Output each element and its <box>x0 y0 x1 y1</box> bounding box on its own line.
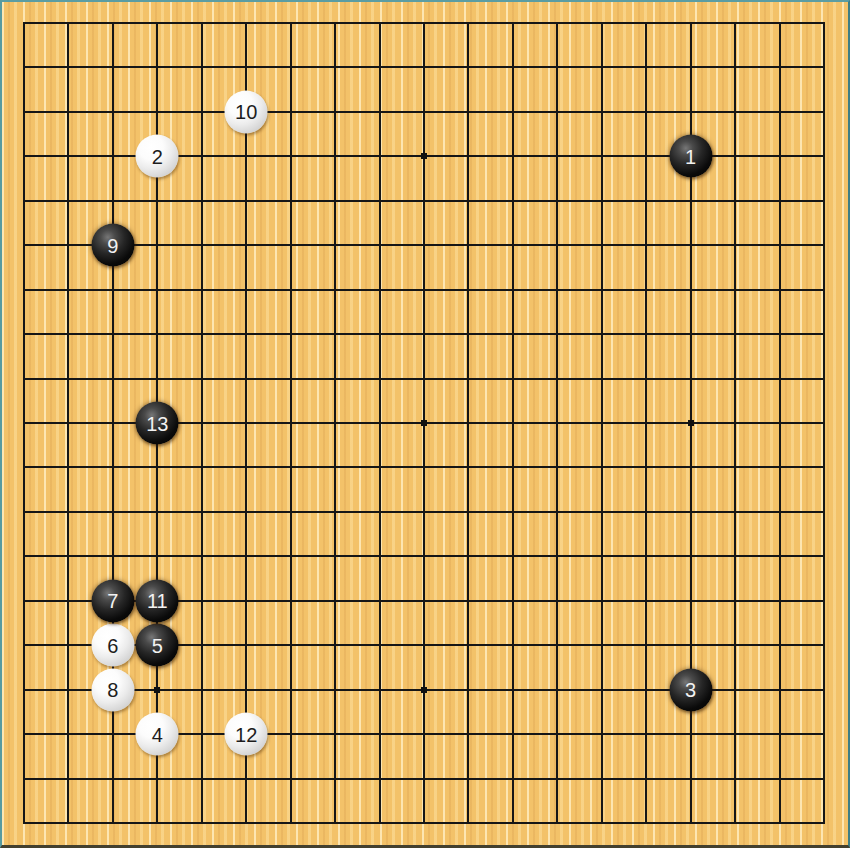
go-board-grid[interactable]: 12345678910111213 <box>23 22 825 824</box>
grid-cell <box>23 111 67 155</box>
grid-cell <box>379 333 423 377</box>
grid-cell <box>690 422 734 466</box>
grid-cell <box>690 600 734 644</box>
grid-cell <box>67 778 111 822</box>
grid-cell <box>334 200 378 244</box>
grid-cell <box>23 600 67 644</box>
grid-cell <box>690 511 734 555</box>
move-number: 1 <box>685 146 696 166</box>
grid-cell <box>645 422 689 466</box>
grid-cell <box>245 333 289 377</box>
grid-cell <box>734 333 778 377</box>
grid-cell <box>467 155 511 199</box>
grid-cell <box>512 22 556 66</box>
grid-cell <box>201 289 245 333</box>
grid-cell <box>512 689 556 733</box>
grid-cell <box>601 422 645 466</box>
stone-black-move-13: 13 <box>136 402 179 445</box>
grid-cell <box>601 466 645 510</box>
grid-cell <box>645 600 689 644</box>
grid-cell <box>334 689 378 733</box>
grid-cell <box>67 378 111 422</box>
star-point <box>154 687 160 693</box>
grid-cell <box>601 155 645 199</box>
grid-cell <box>423 422 467 466</box>
grid-cell <box>334 22 378 66</box>
move-number: 10 <box>235 102 257 122</box>
grid-cell <box>290 644 334 688</box>
grid-cell <box>690 333 734 377</box>
grid-cell <box>779 111 823 155</box>
move-number: 6 <box>107 635 118 655</box>
grid-cell <box>245 155 289 199</box>
grid-cell <box>245 422 289 466</box>
grid-cell <box>556 333 600 377</box>
grid-cell <box>734 66 778 110</box>
grid-cell <box>467 66 511 110</box>
grid-cell <box>512 511 556 555</box>
grid-cell <box>645 66 689 110</box>
grid-cell <box>334 778 378 822</box>
grid-cell <box>556 689 600 733</box>
grid-cell <box>423 733 467 777</box>
grid-cell <box>734 155 778 199</box>
grid-cell <box>379 600 423 644</box>
grid-cell <box>779 644 823 688</box>
grid-cell <box>23 733 67 777</box>
grid-cell <box>734 22 778 66</box>
grid-cell <box>779 600 823 644</box>
grid-cell <box>112 333 156 377</box>
grid-cell <box>379 378 423 422</box>
grid-cell <box>201 511 245 555</box>
grid-cell <box>245 22 289 66</box>
grid-cell <box>734 378 778 422</box>
grid-cell <box>201 378 245 422</box>
grid-cell <box>645 511 689 555</box>
grid-cell <box>67 733 111 777</box>
grid-cell <box>734 200 778 244</box>
grid-cell <box>734 289 778 333</box>
grid-cell <box>779 778 823 822</box>
grid-cell <box>467 378 511 422</box>
grid-cell <box>379 555 423 599</box>
grid-cell <box>423 378 467 422</box>
star-point <box>421 420 427 426</box>
grid-cell <box>601 333 645 377</box>
move-number: 4 <box>152 724 163 744</box>
grid-cell <box>290 378 334 422</box>
grid-cell <box>512 422 556 466</box>
grid-cell <box>467 511 511 555</box>
grid-cell <box>556 778 600 822</box>
grid-cell <box>379 155 423 199</box>
grid-cell <box>423 200 467 244</box>
grid-cell <box>112 66 156 110</box>
grid-cell <box>645 466 689 510</box>
grid-cell <box>290 244 334 288</box>
grid-cell <box>334 422 378 466</box>
grid-cell <box>156 333 200 377</box>
grid-cell <box>556 111 600 155</box>
stone-black-move-7: 7 <box>91 579 134 622</box>
grid-cell <box>201 422 245 466</box>
move-number: 8 <box>107 680 118 700</box>
grid-cell <box>245 511 289 555</box>
grid-cell <box>201 600 245 644</box>
grid-cell <box>23 289 67 333</box>
move-number: 9 <box>107 235 118 255</box>
grid-cell <box>779 689 823 733</box>
grid-cell <box>23 644 67 688</box>
grid-cell <box>156 244 200 288</box>
grid-cell <box>23 66 67 110</box>
grid-cell <box>512 289 556 333</box>
grid-cell <box>379 66 423 110</box>
move-number: 7 <box>107 591 118 611</box>
grid-cell <box>779 555 823 599</box>
star-point <box>688 420 694 426</box>
grid-cell <box>67 111 111 155</box>
stone-black-move-9: 9 <box>91 224 134 267</box>
grid-cell <box>779 511 823 555</box>
grid-cell <box>23 244 67 288</box>
grid-cell <box>734 244 778 288</box>
grid-cell <box>645 333 689 377</box>
go-board[interactable]: 12345678910111213 <box>0 0 850 848</box>
grid-cell <box>512 333 556 377</box>
grid-cell <box>245 778 289 822</box>
grid-cell <box>423 511 467 555</box>
grid-cell <box>201 644 245 688</box>
grid-cell <box>734 555 778 599</box>
grid-cell <box>512 200 556 244</box>
grid-cell <box>290 511 334 555</box>
grid-cell <box>734 733 778 777</box>
grid-cell <box>379 733 423 777</box>
grid-cell <box>112 22 156 66</box>
grid-cell <box>334 155 378 199</box>
grid-cell <box>23 422 67 466</box>
grid-cell <box>112 289 156 333</box>
grid-cell <box>556 733 600 777</box>
grid-cell <box>601 289 645 333</box>
grid-cell <box>201 200 245 244</box>
grid-cell <box>423 244 467 288</box>
stone-white-move-8: 8 <box>91 668 134 711</box>
star-point <box>421 687 427 693</box>
grid-cell <box>334 244 378 288</box>
grid-cell <box>423 555 467 599</box>
grid-cell <box>645 244 689 288</box>
grid-cell <box>467 778 511 822</box>
grid-cell <box>334 333 378 377</box>
grid-cell <box>645 778 689 822</box>
grid-cell <box>290 778 334 822</box>
grid-cell <box>423 466 467 510</box>
grid-cell <box>779 155 823 199</box>
grid-cell <box>334 111 378 155</box>
grid-cell <box>245 600 289 644</box>
grid-cell <box>423 778 467 822</box>
grid-cell <box>67 422 111 466</box>
grid-cell <box>201 778 245 822</box>
grid-cell <box>512 66 556 110</box>
grid-cell <box>201 466 245 510</box>
grid-cell <box>779 333 823 377</box>
grid-cell <box>690 555 734 599</box>
grid-cell <box>467 689 511 733</box>
grid-cell <box>734 689 778 733</box>
grid-cell <box>467 244 511 288</box>
grid-cell <box>467 333 511 377</box>
grid-cell <box>201 333 245 377</box>
grid-cell <box>334 378 378 422</box>
grid-cell <box>512 555 556 599</box>
grid-cell <box>556 289 600 333</box>
grid-cell <box>334 466 378 510</box>
stone-black-move-1: 1 <box>669 135 712 178</box>
grid-cell <box>779 466 823 510</box>
grid-cell <box>690 733 734 777</box>
grid-cell <box>67 333 111 377</box>
grid-cell <box>601 66 645 110</box>
move-number: 5 <box>152 635 163 655</box>
grid-cell <box>245 244 289 288</box>
grid-cell <box>334 644 378 688</box>
grid-cell <box>690 66 734 110</box>
grid-cell <box>779 66 823 110</box>
grid-cell <box>334 289 378 333</box>
grid-cell <box>423 689 467 733</box>
grid-cell <box>290 155 334 199</box>
grid-cell <box>556 466 600 510</box>
grid-cell <box>379 689 423 733</box>
grid-cell <box>112 778 156 822</box>
grid-cell <box>245 555 289 599</box>
grid-cell <box>290 600 334 644</box>
grid-cell <box>734 111 778 155</box>
grid-cell <box>734 511 778 555</box>
grid-cell <box>245 289 289 333</box>
grid-cell <box>556 200 600 244</box>
grid-cell <box>290 422 334 466</box>
grid-cell <box>645 200 689 244</box>
move-number: 3 <box>685 680 696 700</box>
grid-cell <box>23 333 67 377</box>
grid-cell <box>467 555 511 599</box>
grid-cell <box>23 200 67 244</box>
grid-cell <box>290 111 334 155</box>
grid-cell <box>512 733 556 777</box>
grid-cell <box>423 333 467 377</box>
grid-cell <box>601 378 645 422</box>
grid-cell <box>201 22 245 66</box>
grid-cell <box>379 466 423 510</box>
grid-cell <box>601 22 645 66</box>
grid-cell <box>23 466 67 510</box>
grid-cell <box>423 111 467 155</box>
grid-cell <box>67 289 111 333</box>
grid-cell <box>245 466 289 510</box>
grid-cell <box>67 22 111 66</box>
grid-cell <box>467 22 511 66</box>
grid-cell <box>556 378 600 422</box>
grid-cell <box>112 466 156 510</box>
grid-cell <box>334 555 378 599</box>
grid-cell <box>690 466 734 510</box>
grid-cell <box>23 778 67 822</box>
grid-cell <box>23 555 67 599</box>
grid-cell <box>645 378 689 422</box>
grid-cell <box>290 289 334 333</box>
grid-cell <box>423 66 467 110</box>
star-point <box>421 153 427 159</box>
grid-cell <box>512 244 556 288</box>
grid-cell <box>467 644 511 688</box>
grid-cell <box>779 378 823 422</box>
grid-cell <box>779 422 823 466</box>
grid-cell <box>690 244 734 288</box>
grid-cell <box>556 555 600 599</box>
stone-black-move-5: 5 <box>136 624 179 667</box>
grid-cell <box>601 778 645 822</box>
grid-cell <box>23 22 67 66</box>
grid-cell <box>290 333 334 377</box>
grid-cell <box>379 111 423 155</box>
grid-cell <box>245 644 289 688</box>
grid-cell <box>690 378 734 422</box>
grid-cell <box>467 111 511 155</box>
grid-cell <box>734 644 778 688</box>
stone-black-move-3: 3 <box>669 668 712 711</box>
grid-cell <box>156 466 200 510</box>
grid-cell <box>290 66 334 110</box>
grid-cell <box>734 422 778 466</box>
grid-cell <box>467 600 511 644</box>
grid-cell <box>601 200 645 244</box>
grid-cell <box>156 778 200 822</box>
grid-cell <box>423 155 467 199</box>
grid-cell <box>290 200 334 244</box>
grid-cell <box>601 733 645 777</box>
grid-cell <box>512 378 556 422</box>
grid-cell <box>201 244 245 288</box>
stone-white-move-12: 12 <box>225 713 268 756</box>
grid-cell <box>423 600 467 644</box>
grid-cell <box>334 600 378 644</box>
stone-black-move-11: 11 <box>136 579 179 622</box>
grid-cell <box>734 778 778 822</box>
grid-cell <box>67 511 111 555</box>
grid-cell <box>690 778 734 822</box>
grid-cell <box>67 66 111 110</box>
grid-cell <box>734 466 778 510</box>
grid-cell <box>23 378 67 422</box>
grid-cell <box>245 378 289 422</box>
grid-cell <box>556 66 600 110</box>
grid-cell <box>379 422 423 466</box>
grid-cell <box>779 244 823 288</box>
grid-cell <box>379 200 423 244</box>
grid-cell <box>779 22 823 66</box>
grid-cell <box>201 155 245 199</box>
grid-cell <box>23 689 67 733</box>
stone-white-move-6: 6 <box>91 624 134 667</box>
grid-cell <box>334 66 378 110</box>
grid-cell <box>290 689 334 733</box>
grid-cell <box>556 511 600 555</box>
grid-cell <box>156 511 200 555</box>
grid-cell <box>556 244 600 288</box>
grid-cell <box>23 511 67 555</box>
grid-cell <box>290 733 334 777</box>
grid-cell <box>556 644 600 688</box>
grid-cell <box>556 600 600 644</box>
grid-cell <box>423 289 467 333</box>
grid-cell <box>645 22 689 66</box>
grid-cell <box>556 155 600 199</box>
grid-cell <box>467 200 511 244</box>
grid-cell <box>379 244 423 288</box>
grid-cell <box>423 22 467 66</box>
grid-cell <box>379 289 423 333</box>
grid-cell <box>379 778 423 822</box>
grid-cell <box>467 466 511 510</box>
move-number: 2 <box>152 146 163 166</box>
grid-cell <box>467 733 511 777</box>
grid-cell <box>512 644 556 688</box>
grid-cell <box>512 600 556 644</box>
stone-white-move-4: 4 <box>136 713 179 756</box>
grid-cell <box>601 555 645 599</box>
stone-white-move-2: 2 <box>136 135 179 178</box>
grid-cell <box>112 511 156 555</box>
grid-cell <box>690 289 734 333</box>
grid-cell <box>556 422 600 466</box>
grid-cell <box>645 733 689 777</box>
grid-cell <box>779 733 823 777</box>
grid-cell <box>156 289 200 333</box>
grid-cell <box>290 555 334 599</box>
grid-cell <box>67 466 111 510</box>
grid-cell <box>156 200 200 244</box>
grid-cell <box>201 555 245 599</box>
grid-cell <box>290 22 334 66</box>
grid-cell <box>379 511 423 555</box>
grid-cell <box>690 22 734 66</box>
stone-white-move-10: 10 <box>225 90 268 133</box>
grid-cell <box>423 644 467 688</box>
grid-cell <box>467 422 511 466</box>
move-number: 11 <box>147 591 168 611</box>
grid-cell <box>601 689 645 733</box>
grid-cell <box>645 555 689 599</box>
grid-cell <box>734 600 778 644</box>
grid-cell <box>601 511 645 555</box>
grid-cell <box>601 111 645 155</box>
grid-cell <box>645 289 689 333</box>
grid-cell <box>67 155 111 199</box>
grid-cell <box>334 733 378 777</box>
grid-cell <box>334 511 378 555</box>
grid-cell <box>601 600 645 644</box>
move-number: 13 <box>146 413 168 433</box>
grid-cell <box>23 155 67 199</box>
grid-cell <box>245 200 289 244</box>
move-number: 12 <box>235 724 257 744</box>
grid-cell <box>156 66 200 110</box>
